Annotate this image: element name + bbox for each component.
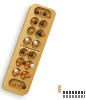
watermark-text-line [63,91,85,94]
mancala-board [3,2,58,96]
amber-stone [29,30,34,35]
photo-background [0,0,86,100]
watermark-streak [58,85,61,93]
dark-stone [21,85,26,90]
amber-stone [12,72,17,77]
amber-stone [20,75,25,80]
amber-stone [26,73,31,78]
amber-stone [47,13,52,18]
pits-area [3,2,58,96]
watermark-text-line [63,95,85,98]
amber-stone [12,81,17,86]
watermark [57,85,85,99]
